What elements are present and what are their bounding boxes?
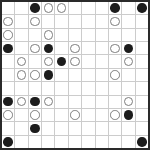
white-pearl-r4c3 — [30, 44, 40, 54]
cell-r9c4[interactable] — [42, 109, 54, 121]
black-pearl-r6c4 — [44, 70, 54, 80]
cell-r2c3[interactable] — [29, 15, 41, 27]
cell-r5c5[interactable] — [55, 55, 67, 67]
cell-r4c9[interactable] — [109, 42, 121, 54]
cell-r2c5[interactable] — [55, 15, 67, 27]
cell-r1c10[interactable] — [122, 2, 134, 14]
black-pearl-r1c3 — [30, 3, 40, 13]
cell-r6c3[interactable] — [29, 69, 41, 81]
cell-r10c5[interactable] — [55, 122, 67, 134]
cell-r2c2[interactable] — [15, 15, 27, 27]
white-pearl-r3c1 — [3, 30, 13, 40]
cell-r4c8[interactable] — [96, 42, 108, 54]
white-pearl-r3c4 — [44, 30, 54, 40]
cell-r10c10[interactable] — [122, 122, 134, 134]
cell-r10c3[interactable] — [29, 122, 41, 134]
cell-r7c8[interactable] — [96, 82, 108, 94]
cell-r7c7[interactable] — [82, 82, 94, 94]
white-pearl-r5c10 — [124, 57, 134, 67]
cell-r6c9[interactable] — [109, 69, 121, 81]
white-pearl-r4c9 — [110, 44, 120, 54]
cell-r4c5[interactable] — [55, 42, 67, 54]
white-pearl-r6c9 — [110, 70, 120, 80]
cell-r1c11[interactable] — [136, 2, 148, 14]
cell-r8c2[interactable] — [15, 96, 27, 108]
cell-r3c2[interactable] — [15, 29, 27, 41]
cell-r10c9[interactable] — [109, 122, 121, 134]
white-pearl-r9c1 — [3, 110, 13, 120]
white-pearl-r8c4 — [44, 97, 54, 107]
cell-r7c2[interactable] — [15, 82, 27, 94]
black-pearl-r1c9 — [110, 3, 120, 13]
cell-r9c8[interactable] — [96, 109, 108, 121]
white-pearl-r8c2 — [17, 97, 27, 107]
cell-r8c3[interactable] — [29, 96, 41, 108]
cell-r9c2[interactable] — [15, 109, 27, 121]
cell-r9c5[interactable] — [55, 109, 67, 121]
cell-r4c1[interactable] — [2, 42, 14, 54]
black-pearl-r10c3 — [30, 124, 40, 134]
white-pearl-r9c9 — [110, 110, 120, 120]
white-pearl-r2c3 — [30, 17, 40, 27]
cell-r11c8[interactable] — [96, 136, 108, 148]
cell-r6c10[interactable] — [122, 69, 134, 81]
cell-r5c4[interactable] — [42, 55, 54, 67]
cell-r1c1[interactable] — [2, 2, 14, 14]
black-pearl-r1c11 — [137, 3, 147, 13]
masyu-puzzle — [0, 0, 150, 150]
cell-r5c10[interactable] — [122, 55, 134, 67]
cell-r8c1[interactable] — [2, 96, 14, 108]
cell-r9c3[interactable] — [29, 109, 41, 121]
cell-r7c6[interactable] — [69, 82, 81, 94]
white-pearl-r1c5 — [57, 3, 67, 13]
cell-r6c8[interactable] — [96, 69, 108, 81]
cell-r11c6[interactable] — [69, 136, 81, 148]
black-pearl-r11c11 — [137, 137, 147, 147]
cell-r2c9[interactable] — [109, 15, 121, 27]
cell-r10c7[interactable] — [82, 122, 94, 134]
black-pearl-r11c1 — [3, 137, 13, 147]
cell-r9c9[interactable] — [109, 109, 121, 121]
white-pearl-r4c6 — [70, 44, 80, 54]
cell-r5c3[interactable] — [29, 55, 41, 67]
black-pearl-r5c5 — [57, 57, 67, 67]
cell-r7c10[interactable] — [122, 82, 134, 94]
white-pearl-r6c2 — [17, 70, 27, 80]
cell-r4c11[interactable] — [136, 42, 148, 54]
masyu-board — [0, 0, 150, 150]
cell-r10c11[interactable] — [136, 122, 148, 134]
white-pearl-r2c9 — [110, 17, 120, 27]
white-pearl-r2c1 — [3, 17, 13, 27]
cell-r5c9[interactable] — [109, 55, 121, 67]
cell-r11c1[interactable] — [2, 136, 14, 148]
cell-r6c7[interactable] — [82, 69, 94, 81]
white-pearl-r9c3 — [30, 110, 40, 120]
cell-r5c8[interactable] — [96, 55, 108, 67]
white-pearl-r5c2 — [17, 57, 27, 67]
white-pearl-r1c4 — [44, 3, 54, 13]
cell-r5c2[interactable] — [15, 55, 27, 67]
white-pearl-r6c3 — [30, 70, 40, 80]
cell-r7c3[interactable] — [29, 82, 41, 94]
cell-r10c8[interactable] — [96, 122, 108, 134]
cell-r2c6[interactable] — [69, 15, 81, 27]
cell-r1c4[interactable] — [42, 2, 54, 14]
cell-r4c7[interactable] — [82, 42, 94, 54]
cell-r3c10[interactable] — [122, 29, 134, 41]
black-pearl-r4c4 — [44, 44, 54, 54]
cell-r7c11[interactable] — [136, 82, 148, 94]
cell-r3c3[interactable] — [29, 29, 41, 41]
white-pearl-r5c6 — [70, 57, 80, 67]
cell-r7c4[interactable] — [42, 82, 54, 94]
cell-r6c1[interactable] — [2, 69, 14, 81]
cell-r8c6[interactable] — [69, 96, 81, 108]
cell-r9c10[interactable] — [122, 109, 134, 121]
cell-r1c2[interactable] — [15, 2, 27, 14]
cell-r2c4[interactable] — [42, 15, 54, 27]
cell-r11c9[interactable] — [109, 136, 121, 148]
cell-r11c5[interactable] — [55, 136, 67, 148]
cell-r2c7[interactable] — [82, 15, 94, 27]
cell-r4c3[interactable] — [29, 42, 41, 54]
cell-r4c2[interactable] — [15, 42, 27, 54]
white-pearl-r5c4 — [44, 57, 54, 67]
cell-r2c8[interactable] — [96, 15, 108, 27]
cell-r6c4[interactable] — [42, 69, 54, 81]
cell-r1c7[interactable] — [82, 2, 94, 14]
cell-r5c6[interactable] — [69, 55, 81, 67]
cell-r10c4[interactable] — [42, 122, 54, 134]
black-pearl-r4c1 — [3, 44, 13, 54]
cell-r6c2[interactable] — [15, 69, 27, 81]
cell-r8c7[interactable] — [82, 96, 94, 108]
white-pearl-r8c10 — [124, 97, 134, 107]
cell-r3c7[interactable] — [82, 29, 94, 41]
black-pearl-r8c1 — [3, 97, 13, 107]
cell-r4c4[interactable] — [42, 42, 54, 54]
cell-r10c2[interactable] — [15, 122, 27, 134]
cell-r8c4[interactable] — [42, 96, 54, 108]
cell-r1c6[interactable] — [69, 2, 81, 14]
black-pearl-r8c3 — [30, 97, 40, 107]
cell-r10c1[interactable] — [2, 122, 14, 134]
white-pearl-r9c6 — [70, 110, 80, 120]
cell-r11c11[interactable] — [136, 136, 148, 148]
cell-r11c2[interactable] — [15, 136, 27, 148]
cell-r8c9[interactable] — [109, 96, 121, 108]
cell-r1c9[interactable] — [109, 2, 121, 14]
cell-r4c10[interactable] — [122, 42, 134, 54]
cell-r9c6[interactable] — [69, 109, 81, 121]
cell-r3c8[interactable] — [96, 29, 108, 41]
cell-r6c11[interactable] — [136, 69, 148, 81]
cell-r2c1[interactable] — [2, 15, 14, 27]
cell-r3c4[interactable] — [42, 29, 54, 41]
cell-r9c1[interactable] — [2, 109, 14, 121]
cell-r5c11[interactable] — [136, 55, 148, 67]
cell-r1c5[interactable] — [55, 2, 67, 14]
cell-r11c7[interactable] — [82, 136, 94, 148]
cell-r9c11[interactable] — [136, 109, 148, 121]
cell-r7c9[interactable] — [109, 82, 121, 94]
cell-r3c11[interactable] — [136, 29, 148, 41]
cell-r7c1[interactable] — [2, 82, 14, 94]
cell-r4c6[interactable] — [69, 42, 81, 54]
black-pearl-r4c10 — [124, 44, 134, 54]
cell-r9c7[interactable] — [82, 109, 94, 121]
cell-r5c1[interactable] — [2, 55, 14, 67]
cell-r1c8[interactable] — [96, 2, 108, 14]
cell-r8c10[interactable] — [122, 96, 134, 108]
cell-r7c5[interactable] — [55, 82, 67, 94]
cell-r3c5[interactable] — [55, 29, 67, 41]
cell-r8c11[interactable] — [136, 96, 148, 108]
cell-r11c10[interactable] — [122, 136, 134, 148]
black-pearl-r9c10 — [124, 110, 134, 120]
cell-r3c6[interactable] — [69, 29, 81, 41]
cell-r8c5[interactable] — [55, 96, 67, 108]
cell-r8c8[interactable] — [96, 96, 108, 108]
cell-r10c6[interactable] — [69, 122, 81, 134]
cell-r3c9[interactable] — [109, 29, 121, 41]
cell-r6c6[interactable] — [69, 69, 81, 81]
cell-r6c5[interactable] — [55, 69, 67, 81]
cell-r11c4[interactable] — [42, 136, 54, 148]
cell-r11c3[interactable] — [29, 136, 41, 148]
cell-r5c7[interactable] — [82, 55, 94, 67]
cell-r3c1[interactable] — [2, 29, 14, 41]
cell-r1c3[interactable] — [29, 2, 41, 14]
cell-r2c11[interactable] — [136, 15, 148, 27]
cell-r2c10[interactable] — [122, 15, 134, 27]
